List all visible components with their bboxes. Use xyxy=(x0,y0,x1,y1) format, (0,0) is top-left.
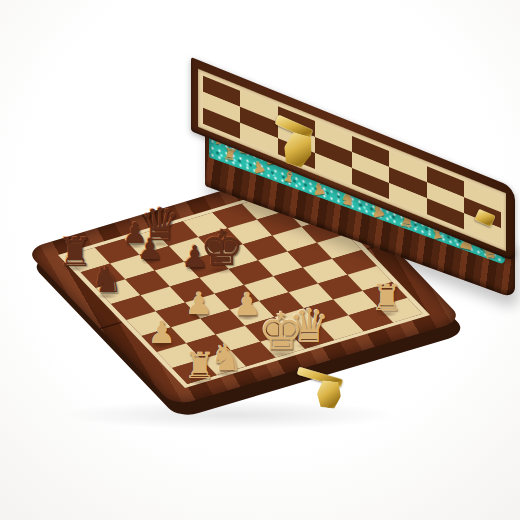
chess-set-photo: ♝♟♟♜♟♝♟♜♟♝♟♜♟♝♟♞♟♜♝♟♛ ♛♟♟♜♟♚♞♜♟♟♟♛♚♞♜ xyxy=(0,0,520,520)
board-shadow xyxy=(60,400,400,430)
